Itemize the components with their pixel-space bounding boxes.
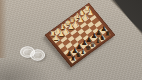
glass-tumbler-right bbox=[30, 49, 45, 60]
piece-bR-7-7: ♜ bbox=[70, 57, 76, 62]
carpet-left-edge-shading bbox=[0, 0, 7, 58]
chess-board: ♜♟♟♜♞♟♟♞♝♟♟♝♛♟♟♛♚♟♟♚♝♟♟♝♞♟♟♞♜♟♟♜ bbox=[45, 3, 116, 68]
room-carpet-scene: ♜♟♟♜♞♟♟♞♝♟♟♝♛♟♟♛♚♟♟♚♝♟♟♝♞♟♟♞♜♟♟♜ bbox=[0, 0, 142, 80]
